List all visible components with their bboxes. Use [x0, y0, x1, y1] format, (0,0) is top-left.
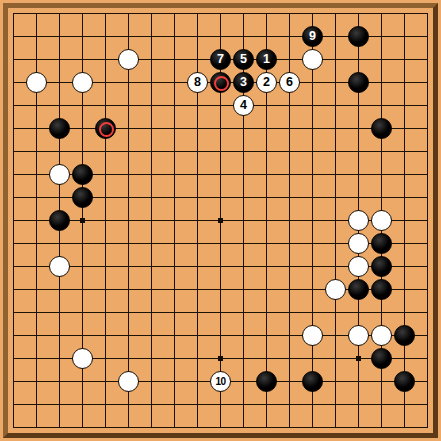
intersection-1-15[interactable] — [25, 347, 48, 370]
intersection-17-10[interactable] — [393, 232, 416, 255]
intersection-12-15[interactable] — [278, 347, 301, 370]
intersection-11-0[interactable] — [255, 2, 278, 25]
intersection-16-10[interactable] — [370, 232, 393, 255]
intersection-2-2[interactable] — [48, 48, 71, 71]
intersection-18-3[interactable] — [416, 71, 439, 94]
intersection-11-18[interactable] — [255, 416, 278, 439]
intersection-17-14[interactable] — [393, 324, 416, 347]
intersection-6-3[interactable] — [140, 71, 163, 94]
intersection-11-1[interactable] — [255, 25, 278, 48]
intersection-10-9[interactable] — [232, 209, 255, 232]
intersection-6-4[interactable] — [140, 94, 163, 117]
intersection-18-5[interactable] — [416, 117, 439, 140]
intersection-2-3[interactable] — [48, 71, 71, 94]
intersection-8-18[interactable] — [186, 416, 209, 439]
intersection-6-9[interactable] — [140, 209, 163, 232]
intersection-15-13[interactable] — [347, 301, 370, 324]
intersection-9-17[interactable] — [209, 393, 232, 416]
intersection-4-5[interactable] — [94, 117, 117, 140]
intersection-0-15[interactable] — [2, 347, 25, 370]
intersection-5-14[interactable] — [117, 324, 140, 347]
intersection-6-14[interactable] — [140, 324, 163, 347]
intersection-4-18[interactable] — [94, 416, 117, 439]
intersection-7-14[interactable] — [163, 324, 186, 347]
intersection-12-18[interactable] — [278, 416, 301, 439]
intersection-15-18[interactable] — [347, 416, 370, 439]
intersection-9-4[interactable] — [209, 94, 232, 117]
intersection-17-7[interactable] — [393, 163, 416, 186]
intersection-6-12[interactable] — [140, 278, 163, 301]
intersection-17-17[interactable] — [393, 393, 416, 416]
intersection-18-15[interactable] — [416, 347, 439, 370]
intersection-18-12[interactable] — [416, 278, 439, 301]
intersection-4-11[interactable] — [94, 255, 117, 278]
intersection-8-15[interactable] — [186, 347, 209, 370]
intersection-15-5[interactable] — [347, 117, 370, 140]
intersection-18-17[interactable] — [416, 393, 439, 416]
intersection-10-7[interactable] — [232, 163, 255, 186]
intersection-10-12[interactable] — [232, 278, 255, 301]
intersection-4-15[interactable] — [94, 347, 117, 370]
intersection-1-14[interactable] — [25, 324, 48, 347]
intersection-11-4[interactable] — [255, 94, 278, 117]
intersection-3-9[interactable] — [71, 209, 94, 232]
intersection-7-15[interactable] — [163, 347, 186, 370]
intersection-16-8[interactable] — [370, 186, 393, 209]
intersection-18-9[interactable] — [416, 209, 439, 232]
intersection-2-16[interactable] — [48, 370, 71, 393]
intersection-0-14[interactable] — [2, 324, 25, 347]
intersection-10-5[interactable] — [232, 117, 255, 140]
intersection-7-9[interactable] — [163, 209, 186, 232]
intersection-3-1[interactable] — [71, 25, 94, 48]
intersection-5-3[interactable] — [117, 71, 140, 94]
intersection-10-16[interactable] — [232, 370, 255, 393]
intersection-11-15[interactable] — [255, 347, 278, 370]
intersection-11-16[interactable] — [255, 370, 278, 393]
intersection-13-15[interactable] — [301, 347, 324, 370]
intersection-6-0[interactable] — [140, 2, 163, 25]
intersection-1-11[interactable] — [25, 255, 48, 278]
intersection-12-8[interactable] — [278, 186, 301, 209]
intersection-3-5[interactable] — [71, 117, 94, 140]
intersection-17-18[interactable] — [393, 416, 416, 439]
intersection-7-16[interactable] — [163, 370, 186, 393]
intersection-13-16[interactable] — [301, 370, 324, 393]
intersection-17-16[interactable] — [393, 370, 416, 393]
intersection-1-7[interactable] — [25, 163, 48, 186]
intersection-6-17[interactable] — [140, 393, 163, 416]
intersection-17-15[interactable] — [393, 347, 416, 370]
intersection-14-18[interactable] — [324, 416, 347, 439]
intersection-4-0[interactable] — [94, 2, 117, 25]
intersection-12-16[interactable] — [278, 370, 301, 393]
intersection-8-9[interactable] — [186, 209, 209, 232]
intersection-10-1[interactable] — [232, 25, 255, 48]
intersection-3-14[interactable] — [71, 324, 94, 347]
intersection-17-1[interactable] — [393, 25, 416, 48]
intersection-12-5[interactable] — [278, 117, 301, 140]
intersection-9-10[interactable] — [209, 232, 232, 255]
intersection-14-4[interactable] — [324, 94, 347, 117]
intersection-13-6[interactable] — [301, 140, 324, 163]
intersection-18-11[interactable] — [416, 255, 439, 278]
intersection-14-8[interactable] — [324, 186, 347, 209]
intersection-10-8[interactable] — [232, 186, 255, 209]
intersection-13-9[interactable] — [301, 209, 324, 232]
intersection-15-10[interactable] — [347, 232, 370, 255]
intersection-13-13[interactable] — [301, 301, 324, 324]
intersection-16-3[interactable] — [370, 71, 393, 94]
intersection-14-10[interactable] — [324, 232, 347, 255]
intersection-14-0[interactable] — [324, 2, 347, 25]
intersection-17-5[interactable] — [393, 117, 416, 140]
intersection-14-11[interactable] — [324, 255, 347, 278]
intersection-11-10[interactable] — [255, 232, 278, 255]
intersection-11-11[interactable] — [255, 255, 278, 278]
intersection-3-4[interactable] — [71, 94, 94, 117]
intersection-14-2[interactable] — [324, 48, 347, 71]
intersection-9-0[interactable] — [209, 2, 232, 25]
intersection-5-6[interactable] — [117, 140, 140, 163]
intersection-8-6[interactable] — [186, 140, 209, 163]
intersection-13-5[interactable] — [301, 117, 324, 140]
intersection-0-5[interactable] — [2, 117, 25, 140]
intersection-11-8[interactable] — [255, 186, 278, 209]
intersection-16-9[interactable] — [370, 209, 393, 232]
intersection-2-1[interactable] — [48, 25, 71, 48]
intersection-15-11[interactable] — [347, 255, 370, 278]
intersection-10-13[interactable] — [232, 301, 255, 324]
intersection-18-7[interactable] — [416, 163, 439, 186]
intersection-16-18[interactable] — [370, 416, 393, 439]
intersection-11-14[interactable] — [255, 324, 278, 347]
intersection-4-14[interactable] — [94, 324, 117, 347]
intersection-7-3[interactable] — [163, 71, 186, 94]
intersection-12-17[interactable] — [278, 393, 301, 416]
intersection-14-12[interactable] — [324, 278, 347, 301]
intersection-2-11[interactable] — [48, 255, 71, 278]
intersection-18-8[interactable] — [416, 186, 439, 209]
intersection-18-16[interactable] — [416, 370, 439, 393]
intersection-13-1[interactable]: 9 — [301, 25, 324, 48]
intersection-18-2[interactable] — [416, 48, 439, 71]
intersection-13-17[interactable] — [301, 393, 324, 416]
intersection-10-4[interactable]: 4 — [232, 94, 255, 117]
intersection-3-13[interactable] — [71, 301, 94, 324]
intersection-17-12[interactable] — [393, 278, 416, 301]
intersection-5-12[interactable] — [117, 278, 140, 301]
intersection-2-15[interactable] — [48, 347, 71, 370]
intersection-4-6[interactable] — [94, 140, 117, 163]
intersection-11-6[interactable] — [255, 140, 278, 163]
intersection-9-8[interactable] — [209, 186, 232, 209]
intersection-15-2[interactable] — [347, 48, 370, 71]
intersection-0-16[interactable] — [2, 370, 25, 393]
intersection-0-8[interactable] — [2, 186, 25, 209]
intersection-14-6[interactable] — [324, 140, 347, 163]
intersection-17-2[interactable] — [393, 48, 416, 71]
intersection-15-15[interactable] — [347, 347, 370, 370]
intersection-9-2[interactable]: 7 — [209, 48, 232, 71]
intersection-9-12[interactable] — [209, 278, 232, 301]
intersection-1-10[interactable] — [25, 232, 48, 255]
intersection-9-7[interactable] — [209, 163, 232, 186]
intersection-6-8[interactable] — [140, 186, 163, 209]
intersection-16-15[interactable] — [370, 347, 393, 370]
intersection-7-10[interactable] — [163, 232, 186, 255]
intersection-12-13[interactable] — [278, 301, 301, 324]
intersection-1-8[interactable] — [25, 186, 48, 209]
intersection-8-10[interactable] — [186, 232, 209, 255]
intersection-16-0[interactable] — [370, 2, 393, 25]
intersection-4-17[interactable] — [94, 393, 117, 416]
intersection-14-13[interactable] — [324, 301, 347, 324]
intersection-2-18[interactable] — [48, 416, 71, 439]
intersection-1-16[interactable] — [25, 370, 48, 393]
intersection-10-2[interactable]: 5 — [232, 48, 255, 71]
intersection-0-3[interactable] — [2, 71, 25, 94]
intersection-8-0[interactable] — [186, 2, 209, 25]
intersection-7-1[interactable] — [163, 25, 186, 48]
intersection-12-4[interactable] — [278, 94, 301, 117]
intersection-5-18[interactable] — [117, 416, 140, 439]
intersection-9-16[interactable]: 10 — [209, 370, 232, 393]
intersection-1-6[interactable] — [25, 140, 48, 163]
intersection-0-9[interactable] — [2, 209, 25, 232]
intersection-12-10[interactable] — [278, 232, 301, 255]
intersection-15-8[interactable] — [347, 186, 370, 209]
intersection-16-7[interactable] — [370, 163, 393, 186]
intersection-16-16[interactable] — [370, 370, 393, 393]
intersection-7-8[interactable] — [163, 186, 186, 209]
intersection-18-18[interactable] — [416, 416, 439, 439]
intersection-6-18[interactable] — [140, 416, 163, 439]
intersection-6-11[interactable] — [140, 255, 163, 278]
intersection-18-0[interactable] — [416, 2, 439, 25]
intersection-17-0[interactable] — [393, 2, 416, 25]
intersection-10-0[interactable] — [232, 2, 255, 25]
intersection-13-4[interactable] — [301, 94, 324, 117]
intersection-6-10[interactable] — [140, 232, 163, 255]
intersection-2-8[interactable] — [48, 186, 71, 209]
intersection-17-3[interactable] — [393, 71, 416, 94]
intersection-5-9[interactable] — [117, 209, 140, 232]
intersection-15-9[interactable] — [347, 209, 370, 232]
intersection-7-6[interactable] — [163, 140, 186, 163]
intersection-11-7[interactable] — [255, 163, 278, 186]
intersection-3-0[interactable] — [71, 2, 94, 25]
intersection-16-4[interactable] — [370, 94, 393, 117]
intersection-14-9[interactable] — [324, 209, 347, 232]
intersection-16-17[interactable] — [370, 393, 393, 416]
intersection-1-0[interactable] — [25, 2, 48, 25]
intersection-1-13[interactable] — [25, 301, 48, 324]
intersection-2-12[interactable] — [48, 278, 71, 301]
intersection-11-12[interactable] — [255, 278, 278, 301]
intersection-16-2[interactable] — [370, 48, 393, 71]
intersection-9-14[interactable] — [209, 324, 232, 347]
intersection-18-4[interactable] — [416, 94, 439, 117]
intersection-18-13[interactable] — [416, 301, 439, 324]
intersection-11-2[interactable]: 1 — [255, 48, 278, 71]
intersection-0-13[interactable] — [2, 301, 25, 324]
intersection-6-1[interactable] — [140, 25, 163, 48]
intersection-7-18[interactable] — [163, 416, 186, 439]
intersection-18-14[interactable] — [416, 324, 439, 347]
intersection-1-1[interactable] — [25, 25, 48, 48]
intersection-3-10[interactable] — [71, 232, 94, 255]
intersection-10-3[interactable]: 3 — [232, 71, 255, 94]
intersection-15-6[interactable] — [347, 140, 370, 163]
intersection-2-14[interactable] — [48, 324, 71, 347]
intersection-18-10[interactable] — [416, 232, 439, 255]
intersection-10-6[interactable] — [232, 140, 255, 163]
intersection-11-3[interactable]: 2 — [255, 71, 278, 94]
intersection-3-2[interactable] — [71, 48, 94, 71]
intersection-7-5[interactable] — [163, 117, 186, 140]
intersection-6-2[interactable] — [140, 48, 163, 71]
intersection-17-11[interactable] — [393, 255, 416, 278]
intersection-6-7[interactable] — [140, 163, 163, 186]
intersection-10-18[interactable] — [232, 416, 255, 439]
intersection-5-16[interactable] — [117, 370, 140, 393]
intersection-8-17[interactable] — [186, 393, 209, 416]
intersection-1-17[interactable] — [25, 393, 48, 416]
intersection-10-11[interactable] — [232, 255, 255, 278]
intersection-12-0[interactable] — [278, 2, 301, 25]
intersection-9-1[interactable] — [209, 25, 232, 48]
intersection-5-4[interactable] — [117, 94, 140, 117]
intersection-9-5[interactable] — [209, 117, 232, 140]
intersection-13-18[interactable] — [301, 416, 324, 439]
intersection-14-3[interactable] — [324, 71, 347, 94]
intersection-7-2[interactable] — [163, 48, 186, 71]
intersection-4-12[interactable] — [94, 278, 117, 301]
intersection-1-18[interactable] — [25, 416, 48, 439]
intersection-4-4[interactable] — [94, 94, 117, 117]
intersection-12-9[interactable] — [278, 209, 301, 232]
intersection-4-2[interactable] — [94, 48, 117, 71]
intersection-5-2[interactable] — [117, 48, 140, 71]
intersection-4-10[interactable] — [94, 232, 117, 255]
intersection-3-6[interactable] — [71, 140, 94, 163]
intersection-2-17[interactable] — [48, 393, 71, 416]
intersection-0-11[interactable] — [2, 255, 25, 278]
intersection-14-16[interactable] — [324, 370, 347, 393]
intersection-2-10[interactable] — [48, 232, 71, 255]
intersection-9-11[interactable] — [209, 255, 232, 278]
intersection-3-15[interactable] — [71, 347, 94, 370]
intersection-13-14[interactable] — [301, 324, 324, 347]
intersection-0-1[interactable] — [2, 25, 25, 48]
intersection-4-9[interactable] — [94, 209, 117, 232]
intersection-18-6[interactable] — [416, 140, 439, 163]
intersection-17-8[interactable] — [393, 186, 416, 209]
intersection-4-16[interactable] — [94, 370, 117, 393]
intersection-8-12[interactable] — [186, 278, 209, 301]
intersection-13-0[interactable] — [301, 2, 324, 25]
intersection-3-18[interactable] — [71, 416, 94, 439]
intersection-3-16[interactable] — [71, 370, 94, 393]
intersection-2-4[interactable] — [48, 94, 71, 117]
intersection-10-10[interactable] — [232, 232, 255, 255]
intersection-12-1[interactable] — [278, 25, 301, 48]
intersection-0-10[interactable] — [2, 232, 25, 255]
intersection-7-17[interactable] — [163, 393, 186, 416]
intersection-2-13[interactable] — [48, 301, 71, 324]
intersection-14-14[interactable] — [324, 324, 347, 347]
intersection-7-12[interactable] — [163, 278, 186, 301]
intersection-4-7[interactable] — [94, 163, 117, 186]
intersection-8-1[interactable] — [186, 25, 209, 48]
intersection-5-13[interactable] — [117, 301, 140, 324]
intersection-14-17[interactable] — [324, 393, 347, 416]
intersection-1-2[interactable] — [25, 48, 48, 71]
intersection-8-13[interactable] — [186, 301, 209, 324]
intersection-16-1[interactable] — [370, 25, 393, 48]
intersection-7-7[interactable] — [163, 163, 186, 186]
intersection-0-0[interactable] — [2, 2, 25, 25]
intersection-8-8[interactable] — [186, 186, 209, 209]
intersection-3-12[interactable] — [71, 278, 94, 301]
intersection-0-12[interactable] — [2, 278, 25, 301]
intersection-0-18[interactable] — [2, 416, 25, 439]
intersection-14-1[interactable] — [324, 25, 347, 48]
intersection-16-6[interactable] — [370, 140, 393, 163]
intersection-13-3[interactable] — [301, 71, 324, 94]
intersection-15-3[interactable] — [347, 71, 370, 94]
intersection-5-1[interactable] — [117, 25, 140, 48]
intersection-12-7[interactable] — [278, 163, 301, 186]
intersection-5-7[interactable] — [117, 163, 140, 186]
intersection-8-11[interactable] — [186, 255, 209, 278]
intersection-3-3[interactable] — [71, 71, 94, 94]
intersection-14-15[interactable] — [324, 347, 347, 370]
intersection-12-6[interactable] — [278, 140, 301, 163]
intersection-8-3[interactable]: 8 — [186, 71, 209, 94]
intersection-0-7[interactable] — [2, 163, 25, 186]
intersection-13-11[interactable] — [301, 255, 324, 278]
intersection-10-15[interactable] — [232, 347, 255, 370]
intersection-5-17[interactable] — [117, 393, 140, 416]
intersection-0-4[interactable] — [2, 94, 25, 117]
intersection-15-14[interactable] — [347, 324, 370, 347]
intersection-17-4[interactable] — [393, 94, 416, 117]
intersection-3-8[interactable] — [71, 186, 94, 209]
intersection-11-13[interactable] — [255, 301, 278, 324]
intersection-17-9[interactable] — [393, 209, 416, 232]
intersection-15-1[interactable] — [347, 25, 370, 48]
intersection-6-16[interactable] — [140, 370, 163, 393]
intersection-5-0[interactable] — [117, 2, 140, 25]
intersection-7-11[interactable] — [163, 255, 186, 278]
intersection-2-6[interactable] — [48, 140, 71, 163]
intersection-13-10[interactable] — [301, 232, 324, 255]
intersection-5-8[interactable] — [117, 186, 140, 209]
intersection-15-17[interactable] — [347, 393, 370, 416]
intersection-5-15[interactable] — [117, 347, 140, 370]
intersection-11-5[interactable] — [255, 117, 278, 140]
intersection-2-9[interactable] — [48, 209, 71, 232]
intersection-8-14[interactable] — [186, 324, 209, 347]
intersection-9-18[interactable] — [209, 416, 232, 439]
intersection-15-12[interactable] — [347, 278, 370, 301]
intersection-0-17[interactable] — [2, 393, 25, 416]
intersection-16-12[interactable] — [370, 278, 393, 301]
intersection-1-4[interactable] — [25, 94, 48, 117]
intersection-9-9[interactable] — [209, 209, 232, 232]
